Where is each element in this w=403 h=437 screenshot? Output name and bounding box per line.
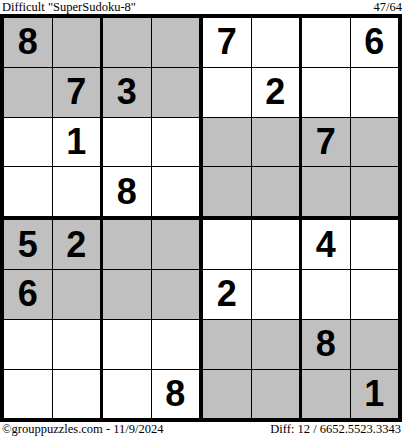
cell-r4c7[interactable] bbox=[302, 167, 350, 216]
difficulty-text: Diff: 12 / 6652.5523.3343 bbox=[270, 423, 401, 436]
cell-r2c5[interactable] bbox=[203, 68, 251, 117]
cell-r5c6[interactable] bbox=[252, 220, 300, 269]
cell-r3c5[interactable] bbox=[203, 118, 251, 167]
puzzle-page: Difficult "SuperSudoku-8" 47/64 87673217… bbox=[0, 0, 403, 437]
cell-r5c1[interactable]: 5 bbox=[4, 220, 52, 269]
cell-r4c1[interactable] bbox=[4, 167, 52, 216]
cell-r1c3[interactable] bbox=[103, 18, 151, 67]
cell-r8c5[interactable] bbox=[203, 370, 251, 419]
cell-r6c2[interactable] bbox=[53, 270, 101, 319]
cell-r4c3[interactable]: 8 bbox=[103, 167, 151, 216]
cell-r1c5[interactable]: 7 bbox=[203, 18, 251, 67]
cell-r2c7[interactable] bbox=[302, 68, 350, 117]
cell-r7c6[interactable] bbox=[252, 320, 300, 369]
puzzle-title: Difficult "SuperSudoku-8" bbox=[2, 1, 136, 14]
cell-r3c4[interactable] bbox=[152, 118, 200, 167]
cell-r4c8[interactable] bbox=[351, 167, 399, 216]
cell-r5c7[interactable]: 4 bbox=[302, 220, 350, 269]
cell-r1c7[interactable] bbox=[302, 18, 350, 67]
cell-r1c6[interactable] bbox=[252, 18, 300, 67]
cell-r2c3[interactable]: 3 bbox=[103, 68, 151, 117]
cell-r1c1[interactable]: 8 bbox=[4, 18, 52, 67]
cell-r1c2[interactable] bbox=[53, 18, 101, 67]
cell-r8c3[interactable] bbox=[103, 370, 151, 419]
cell-r2c6[interactable]: 2 bbox=[252, 68, 300, 117]
cell-r2c1[interactable] bbox=[4, 68, 52, 117]
cell-r3c3[interactable] bbox=[103, 118, 151, 167]
cell-r6c4[interactable] bbox=[152, 270, 200, 319]
cell-r7c2[interactable] bbox=[53, 320, 101, 369]
cell-r6c6[interactable] bbox=[252, 270, 300, 319]
cell-r5c3[interactable] bbox=[103, 220, 151, 269]
cell-r8c7[interactable] bbox=[302, 370, 350, 419]
header: Difficult "SuperSudoku-8" 47/64 bbox=[0, 0, 403, 14]
footer: ©grouppuzzles.com - 11/9/2024 Diff: 12 /… bbox=[0, 422, 403, 436]
cell-r4c6[interactable] bbox=[252, 167, 300, 216]
cell-r2c2[interactable]: 7 bbox=[53, 68, 101, 117]
cell-r8c8[interactable]: 1 bbox=[351, 370, 399, 419]
cell-r8c2[interactable] bbox=[53, 370, 101, 419]
cell-r6c5[interactable]: 2 bbox=[203, 270, 251, 319]
cell-r3c7[interactable]: 7 bbox=[302, 118, 350, 167]
cell-r5c4[interactable] bbox=[152, 220, 200, 269]
copyright-date-text: ©grouppuzzles.com - 11/9/2024 bbox=[2, 423, 163, 436]
cell-r1c4[interactable] bbox=[152, 18, 200, 67]
cell-r7c1[interactable] bbox=[4, 320, 52, 369]
clue-counter: 47/64 bbox=[374, 1, 402, 14]
cell-r3c2[interactable]: 1 bbox=[53, 118, 101, 167]
cell-r7c5[interactable] bbox=[203, 320, 251, 369]
cell-r4c2[interactable] bbox=[53, 167, 101, 216]
cell-r6c8[interactable] bbox=[351, 270, 399, 319]
cell-r3c8[interactable] bbox=[351, 118, 399, 167]
cell-r5c8[interactable] bbox=[351, 220, 399, 269]
cell-r7c7[interactable]: 8 bbox=[302, 320, 350, 369]
cell-r4c5[interactable] bbox=[203, 167, 251, 216]
cell-r7c3[interactable] bbox=[103, 320, 151, 369]
cell-r6c1[interactable]: 6 bbox=[4, 270, 52, 319]
cell-r2c4[interactable] bbox=[152, 68, 200, 117]
cell-r3c1[interactable] bbox=[4, 118, 52, 167]
cell-r1c8[interactable]: 6 bbox=[351, 18, 399, 67]
cell-r8c6[interactable] bbox=[252, 370, 300, 419]
sudoku-board: 87673217852462881 bbox=[0, 14, 402, 422]
cell-r8c4[interactable]: 8 bbox=[152, 370, 200, 419]
cell-r7c8[interactable] bbox=[351, 320, 399, 369]
cell-r6c3[interactable] bbox=[103, 270, 151, 319]
cell-r7c4[interactable] bbox=[152, 320, 200, 369]
cell-r3c6[interactable] bbox=[252, 118, 300, 167]
cell-r2c8[interactable] bbox=[351, 68, 399, 117]
cell-r6c7[interactable] bbox=[302, 270, 350, 319]
cell-r5c2[interactable]: 2 bbox=[53, 220, 101, 269]
cell-r4c4[interactable] bbox=[152, 167, 200, 216]
cell-r5c5[interactable] bbox=[203, 220, 251, 269]
cell-r8c1[interactable] bbox=[4, 370, 52, 419]
